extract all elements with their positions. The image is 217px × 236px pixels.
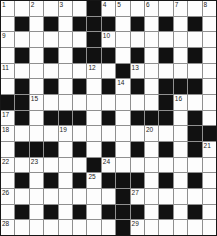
grid-cell[interactable] <box>174 17 187 32</box>
grid-cell[interactable] <box>174 64 187 79</box>
clue-number: 11 <box>2 64 9 72</box>
grid-cell-black <box>73 79 86 94</box>
grid-cell[interactable] <box>159 1 172 16</box>
grid-cell-black <box>44 48 57 63</box>
grid-cell-black <box>174 79 187 94</box>
grid-cell-black <box>159 111 172 126</box>
grid-cell-black <box>73 111 86 126</box>
grid-cell-black <box>131 142 144 157</box>
grid-cell[interactable] <box>15 189 28 204</box>
grid-cell[interactable] <box>145 32 158 47</box>
grid-cell-black <box>73 205 86 220</box>
grid-cell[interactable] <box>1 173 14 188</box>
grid-cell-black <box>131 111 144 126</box>
grid-cell[interactable] <box>59 220 72 235</box>
clue-number: 27 <box>132 189 139 197</box>
grid-cell-black <box>73 173 86 188</box>
grid-cell-black <box>188 126 201 141</box>
grid-cell-black <box>159 173 172 188</box>
grid-cell-black <box>116 173 129 188</box>
grid-cell[interactable] <box>102 126 115 141</box>
grid-cell[interactable] <box>102 64 115 79</box>
grid-cell[interactable] <box>116 95 129 110</box>
grid-cell-black <box>188 173 201 188</box>
clue-number: 7 <box>175 1 179 9</box>
grid-cell[interactable] <box>145 142 158 157</box>
clue-number: 6 <box>146 1 150 9</box>
grid-cell-black <box>15 205 28 220</box>
clue-number: 15 <box>31 95 38 103</box>
grid-cell[interactable] <box>87 205 100 220</box>
clue-number: 2 <box>31 1 35 9</box>
grid-cell[interactable]: 1 <box>1 1 14 16</box>
grid-cell-black <box>145 111 158 126</box>
grid-cell[interactable] <box>87 142 100 157</box>
grid-cell-black <box>116 189 129 204</box>
grid-cell-black <box>159 79 172 94</box>
grid-cell-black <box>15 79 28 94</box>
grid-cell[interactable]: 4 <box>102 1 115 16</box>
grid-cell[interactable] <box>203 205 216 220</box>
clue-number: 23 <box>31 158 38 166</box>
grid-cell[interactable] <box>15 220 28 235</box>
grid-cell[interactable]: 14 <box>116 79 129 94</box>
grid-cell[interactable] <box>145 189 158 204</box>
grid-cell-black <box>44 79 57 94</box>
grid-cell[interactable] <box>203 189 216 204</box>
grid-cell[interactable] <box>203 173 216 188</box>
grid-cell[interactable] <box>1 205 14 220</box>
grid-cell[interactable]: 22 <box>1 158 14 173</box>
grid-cell[interactable] <box>116 48 129 63</box>
grid-cell[interactable] <box>73 126 86 141</box>
grid-cell[interactable]: 9 <box>1 32 14 47</box>
clue-number: 19 <box>60 126 67 134</box>
grid-cell[interactable] <box>44 158 57 173</box>
grid-cell[interactable] <box>131 1 144 16</box>
grid-cell[interactable] <box>73 158 86 173</box>
grid-cell[interactable]: 17 <box>1 111 14 126</box>
clue-number: 4 <box>103 1 107 9</box>
grid-cell[interactable] <box>188 95 201 110</box>
grid-cell[interactable] <box>73 1 86 16</box>
grid-cell-black <box>15 111 28 126</box>
grid-cell[interactable] <box>203 220 216 235</box>
grid-cell[interactable] <box>30 189 43 204</box>
grid-cell[interactable] <box>59 48 72 63</box>
grid-cell-black <box>102 48 115 63</box>
grid-cell[interactable] <box>203 95 216 110</box>
grid-cell[interactable] <box>159 64 172 79</box>
grid-cell-black <box>131 17 144 32</box>
grid-cell[interactable] <box>1 79 14 94</box>
grid-cell[interactable] <box>44 95 57 110</box>
grid-cell[interactable] <box>59 142 72 157</box>
grid-cell-black <box>73 48 86 63</box>
grid-cell[interactable] <box>145 48 158 63</box>
clue-number: 18 <box>2 126 9 134</box>
grid-cell[interactable] <box>59 79 72 94</box>
grid-cell[interactable]: 24 <box>102 158 115 173</box>
grid-cell[interactable] <box>116 158 129 173</box>
grid-cell[interactable] <box>30 111 43 126</box>
grid-cell[interactable] <box>44 32 57 47</box>
grid-cell-black <box>159 17 172 32</box>
grid-cell[interactable] <box>44 1 57 16</box>
grid-cell[interactable] <box>145 17 158 32</box>
grid-cell[interactable]: 2 <box>30 1 43 16</box>
grid-cell[interactable] <box>203 79 216 94</box>
grid-cell[interactable]: 6 <box>145 1 158 16</box>
grid-cell[interactable] <box>59 17 72 32</box>
grid-cell[interactable] <box>174 111 187 126</box>
grid-cell-black <box>1 95 14 110</box>
grid-cell[interactable] <box>188 32 201 47</box>
grid-cell-black <box>188 48 201 63</box>
grid-cell-black <box>131 48 144 63</box>
grid-cell[interactable] <box>1 48 14 63</box>
grid-cell[interactable] <box>203 111 216 126</box>
grid-cell-black <box>87 32 100 47</box>
grid-cell[interactable] <box>59 32 72 47</box>
grid-cell[interactable] <box>203 158 216 173</box>
grid-cell-black <box>30 142 43 157</box>
grid-cell[interactable] <box>159 189 172 204</box>
grid-cell[interactable]: 25 <box>87 173 100 188</box>
grid-cell-black <box>102 142 115 157</box>
clue-number: 12 <box>88 64 95 72</box>
grid-cell[interactable] <box>87 220 100 235</box>
grid-cell[interactable] <box>59 64 72 79</box>
grid-cell[interactable] <box>87 79 100 94</box>
grid-cell[interactable] <box>174 32 187 47</box>
clue-number: 16 <box>175 95 182 103</box>
grid-cell[interactable]: 21 <box>203 142 216 157</box>
grid-cell[interactable] <box>188 189 201 204</box>
grid-cell[interactable] <box>30 48 43 63</box>
grid-cell[interactable] <box>174 189 187 204</box>
clue-number: 26 <box>2 189 9 197</box>
grid-cell[interactable] <box>15 32 28 47</box>
grid-cell[interactable] <box>102 189 115 204</box>
grid-cell[interactable] <box>131 126 144 141</box>
grid-cell[interactable]: 11 <box>1 64 14 79</box>
grid-cell-black <box>73 142 86 157</box>
grid-cell[interactable] <box>44 189 57 204</box>
grid-cell-black <box>116 205 129 220</box>
grid-cell[interactable]: 26 <box>1 189 14 204</box>
grid-cell[interactable] <box>87 189 100 204</box>
clue-number: 25 <box>88 173 95 181</box>
grid-cell[interactable] <box>159 158 172 173</box>
grid-cell[interactable]: 13 <box>131 64 144 79</box>
grid-cell[interactable] <box>30 17 43 32</box>
grid-cell[interactable] <box>174 126 187 141</box>
clue-number: 3 <box>60 1 64 9</box>
grid-cell[interactable]: 12 <box>87 64 100 79</box>
grid-cell[interactable] <box>145 173 158 188</box>
grid-cell-black <box>44 205 57 220</box>
grid-cell-black <box>44 17 57 32</box>
grid-cell-black <box>102 79 115 94</box>
grid-cell[interactable] <box>188 1 201 16</box>
grid-cell[interactable] <box>73 32 86 47</box>
grid-cell[interactable] <box>15 158 28 173</box>
grid-cell-black <box>59 111 72 126</box>
grid-cell-black <box>116 64 129 79</box>
grid-cell-black <box>188 79 201 94</box>
grid-cell[interactable] <box>159 220 172 235</box>
grid-cell-black <box>102 173 115 188</box>
grid-cell-black <box>188 142 201 157</box>
grid-cell-black <box>188 205 201 220</box>
grid-cell[interactable] <box>116 17 129 32</box>
grid-cell[interactable] <box>30 64 43 79</box>
grid-cell[interactable] <box>102 220 115 235</box>
grid-cell-black <box>159 48 172 63</box>
grid-cell[interactable] <box>203 64 216 79</box>
grid-cell[interactable] <box>87 111 100 126</box>
grid-cell-black <box>159 205 172 220</box>
grid-cell-black <box>102 17 115 32</box>
grid-cell-black <box>102 111 115 126</box>
grid-cell-black <box>188 111 201 126</box>
grid-cell-black <box>87 48 100 63</box>
grid-cell[interactable]: 28 <box>1 220 14 235</box>
grid-cell[interactable] <box>131 32 144 47</box>
grid-cell[interactable] <box>188 220 201 235</box>
grid-cell-black <box>203 126 216 141</box>
clue-number: 1 <box>2 1 6 9</box>
grid-cell[interactable] <box>59 205 72 220</box>
grid-cell-black <box>159 142 172 157</box>
grid-cell[interactable]: 5 <box>116 1 129 16</box>
grid-cell-black <box>44 173 57 188</box>
grid-cell[interactable]: 3 <box>59 1 72 16</box>
grid-cell-black <box>15 95 28 110</box>
grid-cell[interactable] <box>59 173 72 188</box>
grid-cell-black <box>131 79 144 94</box>
grid-cell-black <box>15 142 28 157</box>
grid-cell[interactable] <box>116 126 129 141</box>
grid-cell[interactable] <box>131 95 144 110</box>
grid-cell-black <box>188 17 201 32</box>
clue-number: 17 <box>2 111 9 119</box>
grid-cell[interactable] <box>59 189 72 204</box>
clue-number: 21 <box>204 142 211 150</box>
grid-cell[interactable]: 10 <box>102 32 115 47</box>
grid-cell[interactable] <box>116 32 129 47</box>
grid-cell-black <box>15 173 28 188</box>
grid-cell[interactable] <box>30 220 43 235</box>
grid-cell[interactable] <box>174 142 187 157</box>
clue-number: 10 <box>103 32 110 40</box>
grid-cell[interactable] <box>159 126 172 141</box>
grid-cell[interactable] <box>203 17 216 32</box>
grid-cell[interactable] <box>15 64 28 79</box>
grid-cell-black <box>131 205 144 220</box>
grid-cell[interactable] <box>159 32 172 47</box>
grid-cell[interactable] <box>30 126 43 141</box>
grid-cell[interactable] <box>188 158 201 173</box>
grid-cell[interactable] <box>102 95 115 110</box>
grid-cell[interactable] <box>116 142 129 157</box>
grid-cell-black <box>44 142 57 157</box>
grid-cell[interactable]: 18 <box>1 126 14 141</box>
grid-cell[interactable] <box>30 205 43 220</box>
grid-cell[interactable] <box>174 220 187 235</box>
grid-cell[interactable] <box>145 79 158 94</box>
grid-cell[interactable] <box>73 220 86 235</box>
clue-number: 13 <box>132 64 139 72</box>
clue-number: 20 <box>146 126 153 134</box>
grid-cell[interactable]: 23 <box>30 158 43 173</box>
grid-cell[interactable] <box>30 173 43 188</box>
grid-cell[interactable] <box>44 220 57 235</box>
grid-cell[interactable] <box>30 32 43 47</box>
grid-cell-black <box>15 17 28 32</box>
grid-cell[interactable] <box>188 64 201 79</box>
crossword-grid: 1234567891011121314151617181920212223242… <box>0 0 217 236</box>
clue-number: 5 <box>117 1 121 9</box>
grid-cell[interactable] <box>73 64 86 79</box>
grid-cell[interactable] <box>59 95 72 110</box>
grid-cell-black <box>44 111 57 126</box>
grid-cell[interactable] <box>44 64 57 79</box>
grid-cell[interactable]: 7 <box>174 1 187 16</box>
grid-cell[interactable]: 8 <box>203 1 216 16</box>
grid-cell[interactable] <box>30 79 43 94</box>
grid-cell[interactable] <box>1 17 14 32</box>
clue-number: 28 <box>2 220 9 228</box>
grid-cell[interactable] <box>59 158 72 173</box>
clue-number: 14 <box>117 79 124 87</box>
grid-cell-black <box>159 95 172 110</box>
grid-cell[interactable] <box>131 158 144 173</box>
grid-cell[interactable]: 27 <box>131 189 144 204</box>
clue-number: 8 <box>204 1 208 9</box>
grid-cell[interactable]: 20 <box>145 126 158 141</box>
grid-cell[interactable] <box>44 126 57 141</box>
grid-cell[interactable] <box>203 48 216 63</box>
grid-cell[interactable] <box>116 111 129 126</box>
grid-cell[interactable] <box>73 189 86 204</box>
grid-cell[interactable] <box>73 95 86 110</box>
grid-cell[interactable]: 15 <box>30 95 43 110</box>
grid-cell[interactable]: 16 <box>174 95 187 110</box>
grid-cell[interactable] <box>174 173 187 188</box>
grid-cell[interactable] <box>145 158 158 173</box>
grid-cell[interactable] <box>203 32 216 47</box>
grid-cell[interactable] <box>15 1 28 16</box>
grid-cell-black <box>87 158 100 173</box>
grid-cell-black <box>131 173 144 188</box>
grid-cell[interactable] <box>145 95 158 110</box>
clue-number: 29 <box>132 220 139 228</box>
grid-cell-black <box>102 205 115 220</box>
clue-number: 9 <box>2 32 6 40</box>
grid-cell-black <box>116 220 129 235</box>
grid-cell-black <box>15 48 28 63</box>
grid-cell[interactable] <box>145 205 158 220</box>
grid-cell[interactable] <box>1 142 14 157</box>
clue-number: 24 <box>103 158 110 166</box>
grid-cell-black <box>87 1 100 16</box>
grid-cell-black <box>87 17 100 32</box>
clue-number: 22 <box>2 158 9 166</box>
grid-cell[interactable] <box>145 220 158 235</box>
grid-cell[interactable] <box>174 48 187 63</box>
grid-cell[interactable] <box>145 64 158 79</box>
grid-cell-black <box>73 17 86 32</box>
grid-cell[interactable] <box>174 205 187 220</box>
grid-cell[interactable] <box>15 126 28 141</box>
grid-cell[interactable] <box>87 126 100 141</box>
grid-cell[interactable]: 19 <box>59 126 72 141</box>
grid-cell[interactable] <box>174 158 187 173</box>
grid-cell[interactable]: 29 <box>131 220 144 235</box>
grid-cell[interactable] <box>87 95 100 110</box>
